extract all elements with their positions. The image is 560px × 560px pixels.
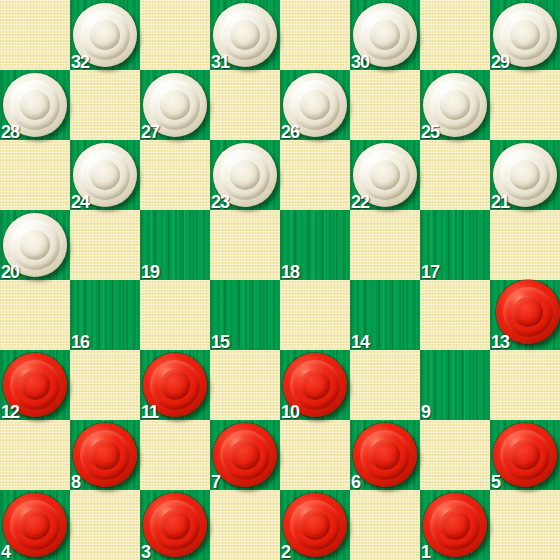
square-number-label: 23 [211,193,229,211]
light-square [210,490,280,560]
light-square [280,140,350,210]
square-27[interactable]: 27 [140,70,210,140]
square-number-label: 2 [281,543,290,560]
light-square [490,350,560,420]
light-square [0,280,70,350]
square-13[interactable]: 13 [490,280,560,350]
light-square [280,0,350,70]
square-11[interactable]: 11 [140,350,210,420]
light-square [490,210,560,280]
square-6[interactable]: 6 [350,420,420,490]
light-square [490,490,560,560]
square-28[interactable]: 28 [0,70,70,140]
square-number-label: 26 [281,123,299,141]
square-20[interactable]: 20 [0,210,70,280]
square-31[interactable]: 31 [210,0,280,70]
red-piece[interactable] [3,493,67,557]
light-square [0,140,70,210]
light-square [140,420,210,490]
square-18[interactable]: 18 [280,210,350,280]
red-piece[interactable] [143,493,207,557]
square-number-label: 8 [71,473,80,491]
square-number-label: 6 [351,473,360,491]
square-21[interactable]: 21 [490,140,560,210]
light-square [420,420,490,490]
square-9[interactable]: 9 [420,350,490,420]
square-number-label: 7 [211,473,220,491]
square-12[interactable]: 12 [0,350,70,420]
square-number-label: 11 [141,403,158,421]
square-17[interactable]: 17 [420,210,490,280]
light-square [420,280,490,350]
square-number-label: 14 [351,333,369,351]
square-15[interactable]: 15 [210,280,280,350]
square-number-label: 9 [421,403,430,421]
light-square [70,70,140,140]
square-number-label: 10 [281,403,299,421]
square-number-label: 32 [71,53,89,71]
red-piece[interactable] [213,423,277,487]
light-square [140,140,210,210]
light-square [140,280,210,350]
light-square [350,350,420,420]
square-number-label: 1 [421,543,430,560]
square-2[interactable]: 2 [280,490,350,560]
square-30[interactable]: 30 [350,0,420,70]
checkers-app: 3231302928272625242322212019181716151413… [0,0,560,560]
light-square [280,280,350,350]
square-number-label: 21 [491,193,509,211]
light-square [70,210,140,280]
square-4[interactable]: 4 [0,490,70,560]
light-square [140,0,210,70]
light-square [0,0,70,70]
light-square [210,350,280,420]
checkers-board: 3231302928272625242322212019181716151413… [0,0,560,560]
square-23[interactable]: 23 [210,140,280,210]
red-piece[interactable] [423,493,487,557]
square-number-label: 24 [71,193,89,211]
square-24[interactable]: 24 [70,140,140,210]
square-number-label: 16 [71,333,89,351]
square-1[interactable]: 1 [420,490,490,560]
square-number-label: 3 [141,543,150,560]
square-26[interactable]: 26 [280,70,350,140]
square-number-label: 19 [141,263,159,281]
square-number-label: 22 [351,193,369,211]
light-square [210,210,280,280]
light-square [350,210,420,280]
square-5[interactable]: 5 [490,420,560,490]
square-number-label: 13 [491,333,509,351]
square-number-label: 12 [1,403,19,421]
square-3[interactable]: 3 [140,490,210,560]
square-32[interactable]: 32 [70,0,140,70]
red-piece[interactable] [493,423,557,487]
square-number-label: 30 [351,53,369,71]
square-number-label: 31 [211,53,229,71]
square-10[interactable]: 10 [280,350,350,420]
square-number-label: 4 [1,543,10,560]
square-number-label: 20 [1,263,19,281]
square-16[interactable]: 16 [70,280,140,350]
light-square [350,70,420,140]
square-number-label: 28 [1,123,19,141]
square-number-label: 29 [491,53,509,71]
light-square [210,70,280,140]
light-square [70,350,140,420]
light-square [420,0,490,70]
square-29[interactable]: 29 [490,0,560,70]
red-piece[interactable] [283,493,347,557]
square-22[interactable]: 22 [350,140,420,210]
light-square [420,140,490,210]
square-7[interactable]: 7 [210,420,280,490]
square-8[interactable]: 8 [70,420,140,490]
square-14[interactable]: 14 [350,280,420,350]
square-number-label: 25 [421,123,439,141]
square-number-label: 5 [491,473,500,491]
square-25[interactable]: 25 [420,70,490,140]
square-number-label: 27 [141,123,159,141]
red-piece[interactable] [73,423,137,487]
light-square [70,490,140,560]
square-number-label: 18 [281,263,299,281]
red-piece[interactable] [353,423,417,487]
square-number-label: 17 [421,263,439,281]
light-square [280,420,350,490]
light-square [0,420,70,490]
light-square [350,490,420,560]
square-19[interactable]: 19 [140,210,210,280]
light-square [490,70,560,140]
square-number-label: 15 [211,333,229,351]
